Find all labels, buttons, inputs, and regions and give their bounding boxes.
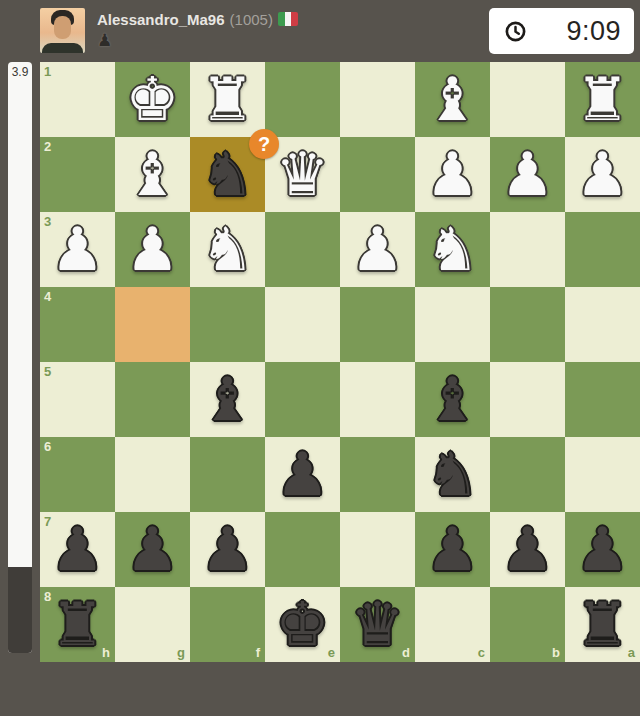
square-h6[interactable]: 6 <box>40 437 115 512</box>
square-b8[interactable]: b <box>490 587 565 662</box>
white-knight-f3[interactable]: ♞ <box>201 212 255 287</box>
square-c5[interactable]: ♝ <box>415 362 490 437</box>
opponent-rating: (1005) <box>230 11 273 28</box>
square-d4[interactable] <box>340 287 415 362</box>
evaluation-black-portion <box>8 567 32 653</box>
black-rook-h8[interactable]: ♜ <box>51 587 105 662</box>
square-h2[interactable]: 2 <box>40 137 115 212</box>
square-f2[interactable]: ♞? <box>190 137 265 212</box>
white-queen-e2[interactable]: ♛ <box>276 137 330 212</box>
square-b7[interactable]: ♟ <box>490 512 565 587</box>
square-h5[interactable]: 5 <box>40 362 115 437</box>
rank-label-6: 6 <box>44 440 51 453</box>
black-pawn-b7[interactable]: ♟ <box>501 512 555 587</box>
square-g2[interactable]: ♝ <box>115 137 190 212</box>
mistake-badge: ? <box>249 129 279 159</box>
square-e6[interactable]: ♟ <box>265 437 340 512</box>
file-label-b: b <box>552 646 560 659</box>
black-rook-a8[interactable]: ♜ <box>576 587 630 662</box>
opponent-captured-pieces: ♟ <box>97 30 298 50</box>
square-a2[interactable]: ♟ <box>565 137 640 212</box>
file-label-f: f <box>256 646 260 659</box>
black-king-e8[interactable]: ♚ <box>276 587 330 662</box>
chess-board[interactable]: 1♚♜♝♜2♝♞?♛♟♟♟3♟♟♞♟♞45♝♝6♟♞7♟♟♟♟♟♟8h♜gfe♚… <box>40 62 640 662</box>
square-f4[interactable] <box>190 287 265 362</box>
opponent-bar: Alessandro_Ma96 (1005) ♟ 9:09 <box>0 0 640 62</box>
square-b5[interactable] <box>490 362 565 437</box>
square-c8[interactable]: c <box>415 587 490 662</box>
square-f1[interactable]: ♜ <box>190 62 265 137</box>
square-f8[interactable]: f <box>190 587 265 662</box>
square-c6[interactable]: ♞ <box>415 437 490 512</box>
white-rook-a1[interactable]: ♜ <box>576 62 630 137</box>
file-label-g: g <box>177 646 185 659</box>
square-e3[interactable] <box>265 212 340 287</box>
black-pawn-a7[interactable]: ♟ <box>576 512 630 587</box>
square-a3[interactable] <box>565 212 640 287</box>
opponent-time: 9:09 <box>527 16 634 47</box>
white-pawn-h3[interactable]: ♟ <box>51 212 105 287</box>
italy-flag-icon <box>278 12 298 26</box>
black-pawn-e6[interactable]: ♟ <box>276 437 330 512</box>
white-bishop-c1[interactable]: ♝ <box>426 62 480 137</box>
square-g4[interactable] <box>115 287 190 362</box>
square-d6[interactable] <box>340 437 415 512</box>
square-e4[interactable] <box>265 287 340 362</box>
avatar-face <box>54 16 71 39</box>
square-c4[interactable] <box>415 287 490 362</box>
square-c3[interactable]: ♞ <box>415 212 490 287</box>
square-d1[interactable] <box>340 62 415 137</box>
square-e5[interactable] <box>265 362 340 437</box>
clock-icon <box>504 20 527 43</box>
rank-label-4: 4 <box>44 290 51 303</box>
square-d3[interactable]: ♟ <box>340 212 415 287</box>
square-d8[interactable]: d♛ <box>340 587 415 662</box>
black-pawn-g7[interactable]: ♟ <box>126 512 180 587</box>
square-d5[interactable] <box>340 362 415 437</box>
captured-black-pawn-icon: ♟ <box>97 30 112 50</box>
opponent-avatar[interactable] <box>40 8 85 53</box>
white-pawn-a2[interactable]: ♟ <box>576 137 630 212</box>
square-a5[interactable] <box>565 362 640 437</box>
square-g1[interactable]: ♚ <box>115 62 190 137</box>
square-e1[interactable] <box>265 62 340 137</box>
opponent-clock: 9:09 <box>489 8 634 54</box>
square-d2[interactable] <box>340 137 415 212</box>
square-g8[interactable]: g <box>115 587 190 662</box>
white-bishop-g2[interactable]: ♝ <box>126 137 180 212</box>
square-f3[interactable]: ♞ <box>190 212 265 287</box>
square-b1[interactable] <box>490 62 565 137</box>
square-f5[interactable]: ♝ <box>190 362 265 437</box>
square-f6[interactable] <box>190 437 265 512</box>
square-g3[interactable]: ♟ <box>115 212 190 287</box>
black-pawn-h7[interactable]: ♟ <box>51 512 105 587</box>
black-pawn-c7[interactable]: ♟ <box>426 512 480 587</box>
square-g7[interactable]: ♟ <box>115 512 190 587</box>
file-label-c: c <box>478 646 485 659</box>
square-c2[interactable]: ♟ <box>415 137 490 212</box>
white-pawn-c2[interactable]: ♟ <box>426 137 480 212</box>
black-queen-d8[interactable]: ♛ <box>351 587 405 662</box>
white-pawn-d3[interactable]: ♟ <box>351 212 405 287</box>
square-e7[interactable] <box>265 512 340 587</box>
square-d7[interactable] <box>340 512 415 587</box>
white-knight-c3[interactable]: ♞ <box>426 212 480 287</box>
rank-label-2: 2 <box>44 140 51 153</box>
square-a4[interactable] <box>565 287 640 362</box>
square-e8[interactable]: e♚ <box>265 587 340 662</box>
white-pawn-g3[interactable]: ♟ <box>126 212 180 287</box>
white-pawn-b2[interactable]: ♟ <box>501 137 555 212</box>
square-g6[interactable] <box>115 437 190 512</box>
square-h1[interactable]: 1 <box>40 62 115 137</box>
square-c1[interactable]: ♝ <box>415 62 490 137</box>
white-king-g1[interactable]: ♚ <box>126 62 180 137</box>
square-h8[interactable]: 8h♜ <box>40 587 115 662</box>
white-rook-f1[interactable]: ♜ <box>201 62 255 137</box>
square-b6[interactable] <box>490 437 565 512</box>
square-f7[interactable]: ♟ <box>190 512 265 587</box>
square-a8[interactable]: a♜ <box>565 587 640 662</box>
black-knight-f2[interactable]: ♞ <box>201 137 255 212</box>
square-c7[interactable]: ♟ <box>415 512 490 587</box>
square-g5[interactable] <box>115 362 190 437</box>
player-bar: satriotomo (984) ♟ ♟ +1 6:46 <box>0 662 640 716</box>
square-h7[interactable]: 7♟ <box>40 512 115 587</box>
rank-label-5: 5 <box>44 365 51 378</box>
black-bishop-f5[interactable]: ♝ <box>201 362 255 437</box>
black-bishop-c5[interactable]: ♝ <box>426 362 480 437</box>
evaluation-score: 3.9 <box>8 65 32 79</box>
square-b3[interactable] <box>490 212 565 287</box>
opponent-info: Alessandro_Ma96 (1005) ♟ <box>97 10 298 50</box>
square-b4[interactable] <box>490 287 565 362</box>
square-a7[interactable]: ♟ <box>565 512 640 587</box>
square-a6[interactable] <box>565 437 640 512</box>
square-h4[interactable]: 4 <box>40 287 115 362</box>
black-knight-c6[interactable]: ♞ <box>426 437 480 512</box>
rank-label-1: 1 <box>44 65 51 78</box>
square-b2[interactable]: ♟ <box>490 137 565 212</box>
opponent-username[interactable]: Alessandro_Ma96 <box>97 11 225 28</box>
square-a1[interactable]: ♜ <box>565 62 640 137</box>
black-pawn-f7[interactable]: ♟ <box>201 512 255 587</box>
square-h3[interactable]: 3♟ <box>40 212 115 287</box>
evaluation-bar: 3.9 <box>8 62 32 653</box>
avatar-shirt <box>42 43 83 53</box>
